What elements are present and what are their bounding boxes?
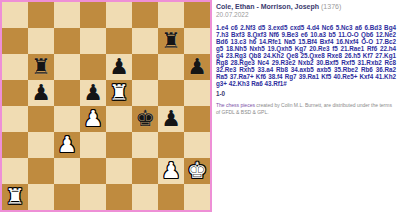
square-h2: ♚: [184, 158, 210, 184]
piece-white-pawn-g2: ♟: [161, 158, 181, 184]
square-f7: [132, 28, 158, 54]
board-panel: ♜♜♟♟♟♟♜♟♚♟♟♟♚♜: [0, 0, 212, 212]
square-h1: [184, 184, 210, 210]
info-panel: Cole, Ethan - Morrison, Joseph (1376) 20…: [212, 0, 400, 212]
piece-black-rook-b6: ♜: [31, 54, 51, 80]
piece-white-rook-e5: ♜: [109, 80, 129, 106]
moves-line-5: g4 23.Rg3 Qb8 24.Kh2 Qe8 25.Qxe8 Rxe8 26…: [216, 52, 396, 59]
piece-white-pawn-d4: ♟: [83, 106, 103, 132]
moves: 1.e4 c6 2.Nf3 d5 3.exd5 cxd5 4.d4 Nc6 5.…: [216, 24, 396, 87]
piece-white-rook-a1: ♜: [5, 184, 25, 210]
piece-black-pawn-g4: ♟: [161, 106, 181, 132]
moves-line-4: g5 18.Nh5 Nxh5 19.Qxh5 Kg7 20.Re3 f5 21.…: [216, 45, 396, 52]
chess-pieces-link[interactable]: The chess pieces: [216, 102, 255, 108]
game-date: 20.07.2022: [216, 11, 396, 19]
square-c4: [54, 106, 80, 132]
square-c8: [54, 2, 80, 28]
square-d8: [80, 2, 106, 28]
square-b7: [28, 28, 54, 54]
square-b1: [28, 184, 54, 210]
square-f8: [132, 2, 158, 28]
square-c2: [54, 158, 80, 184]
square-c1: [54, 184, 80, 210]
square-d1: [80, 184, 106, 210]
square-g5: [158, 80, 184, 106]
square-e2: [106, 158, 132, 184]
square-h6: ♟: [184, 54, 210, 80]
square-c3: ♟: [54, 132, 80, 158]
piece-black-king-f4: ♚: [135, 106, 155, 132]
piece-white-pawn-c3: ♟: [57, 132, 77, 158]
square-h8: [184, 2, 210, 28]
square-b2: [28, 158, 54, 184]
square-d5: ♟: [80, 80, 106, 106]
piece-black-pawn-d5: ♟: [83, 80, 103, 106]
player-names: Cole, Ethan - Morrison, Joseph (1376): [216, 2, 396, 11]
moves-line-6: Rg8 28.Rge3 Nc4 29.R3e2 Nxb2 30.Bxf5 Rxf…: [216, 59, 396, 66]
piece-black-rook-g7: ♜: [161, 28, 181, 54]
square-e8: [106, 2, 132, 28]
square-f3: [132, 132, 158, 158]
square-a1: ♜: [2, 184, 28, 210]
square-g6: [158, 54, 184, 80]
square-a8: [2, 2, 28, 28]
rating-label: (1376): [321, 3, 341, 10]
chess-board: ♜♜♟♟♟♟♜♟♚♟♟♟♚♜: [0, 0, 212, 212]
square-h7: [184, 28, 210, 54]
square-a4: [2, 106, 28, 132]
square-f2: [132, 158, 158, 184]
square-a7: [2, 28, 28, 54]
square-e6: ♟: [106, 54, 132, 80]
square-c6: [54, 54, 80, 80]
square-g3: [158, 132, 184, 158]
game-viewer: ♜♜♟♟♟♟♜♟♚♟♟♟♚♜ Cole, Ethan - Morrison, J…: [0, 0, 400, 212]
square-b3: [28, 132, 54, 158]
square-f5: [132, 80, 158, 106]
players-label: Cole, Ethan - Morrison, Joseph: [216, 3, 319, 10]
square-e5: ♜: [106, 80, 132, 106]
square-d6: [80, 54, 106, 80]
moves-line-2: 7.h3 Bxf3 8.Qxf3 Nf6 9.Be3 e6 10.a3 b5 1…: [216, 31, 396, 38]
result-label: 1-0: [216, 90, 396, 97]
square-g8: [158, 2, 184, 28]
square-d7: [80, 28, 106, 54]
square-a2: [2, 158, 28, 184]
square-c5: [54, 80, 80, 106]
square-g7: ♜: [158, 28, 184, 54]
square-d3: [80, 132, 106, 158]
square-f4: ♚: [132, 106, 158, 132]
square-d4: ♟: [80, 106, 106, 132]
square-h4: [184, 106, 210, 132]
square-d2: [80, 158, 106, 184]
square-g1: [158, 184, 184, 210]
square-f1: [132, 184, 158, 210]
piece-black-pawn-h6: ♟: [187, 54, 207, 80]
piece-white-king-h2: ♚: [187, 158, 207, 184]
square-f6: [132, 54, 158, 80]
square-e3: [106, 132, 132, 158]
square-c7: [54, 28, 80, 54]
square-b8: [28, 2, 54, 28]
attribution-text: The chess pieces created by Colin M.L. B…: [216, 102, 396, 115]
square-e1: [106, 184, 132, 210]
square-g4: ♟: [158, 106, 184, 132]
moves-line-7: 32.Re3 Rxh5 33.a4 Rb8 34.axb5 axb5 35.Rb…: [216, 66, 396, 73]
moves-line-8: Ra5 37.Ra7+ Kf6 38.f4 Rg7 39.Ra1 Kf5 40.…: [216, 73, 396, 80]
piece-black-pawn-e6: ♟: [109, 54, 129, 80]
square-b6: ♜: [28, 54, 54, 80]
square-h5: [184, 80, 210, 106]
square-b5: ♟: [28, 80, 54, 106]
square-a3: [2, 132, 28, 158]
square-e7: [106, 28, 132, 54]
square-g2: ♟: [158, 158, 184, 184]
square-a6: [2, 54, 28, 80]
square-a5: [2, 80, 28, 106]
moves-line-9: g3+ 42.Kh3 Ra6 43.Rf1#: [216, 80, 396, 87]
piece-black-pawn-b5: ♟: [31, 80, 51, 106]
square-h3: [184, 132, 210, 158]
square-b4: [28, 106, 54, 132]
moves-line-1: 1.e4 c6 2.Nf3 d5 3.exd5 cxd5 4.d4 Nc6 5.…: [216, 24, 396, 31]
square-e4: [106, 106, 132, 132]
moves-line-3: Bd6 13.c3 h6 14.Rfe1 Na5 15.Bf4 Bxf4 16.…: [216, 38, 396, 45]
